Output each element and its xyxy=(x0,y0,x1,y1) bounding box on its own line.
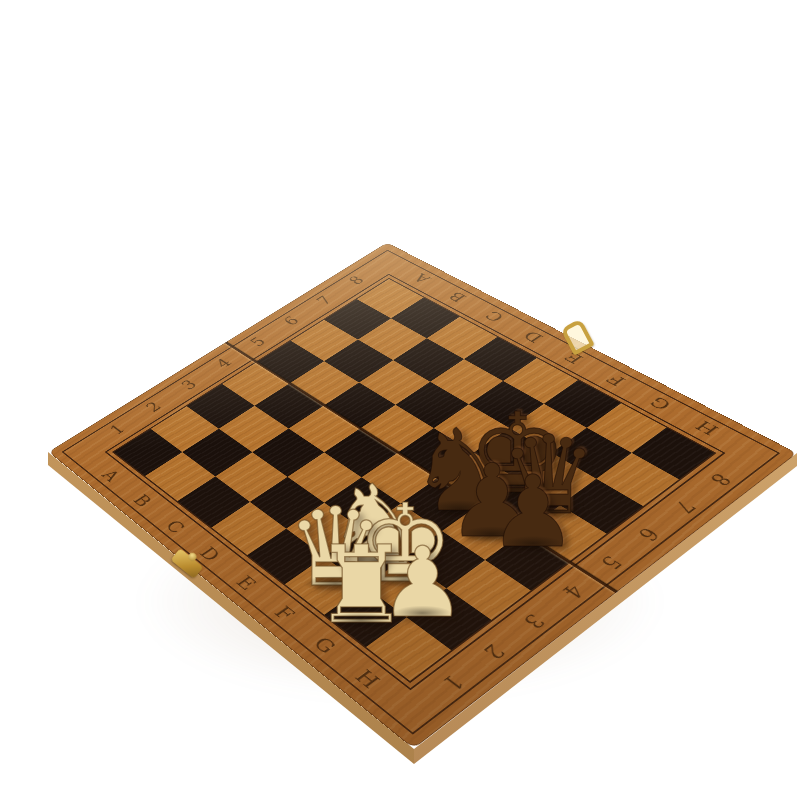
rank-label-left-4: 4 xyxy=(213,356,234,370)
file-label-near-c: C xyxy=(162,518,188,536)
file-label-near-d: D xyxy=(196,544,223,564)
rank-label-right-5: 5 xyxy=(597,553,626,572)
rank-label-right-1: 1 xyxy=(439,672,468,694)
file-label-near-f: F xyxy=(271,603,298,623)
file-label-far-c: C xyxy=(482,309,507,324)
rank-label-right-4: 4 xyxy=(559,581,588,601)
rank-label-left-7: 7 xyxy=(314,294,335,307)
file-label-far-h: H xyxy=(692,418,722,437)
file-label-near-a: A xyxy=(99,467,123,484)
rank-label-right-6: 6 xyxy=(634,525,663,544)
rank-label-left-2: 2 xyxy=(143,399,164,413)
file-label-far-b: B xyxy=(446,290,469,304)
file-label-near-b: B xyxy=(130,492,155,509)
file-label-far-d: D xyxy=(520,329,546,344)
file-label-far-f: F xyxy=(603,372,628,388)
rank-label-left-5: 5 xyxy=(247,335,268,348)
rank-label-right-8: 8 xyxy=(706,471,735,489)
rank-label-left-1: 1 xyxy=(107,422,128,437)
rank-label-right-7: 7 xyxy=(671,497,700,515)
rank-label-left-3: 3 xyxy=(179,378,200,392)
rank-label-left-8: 8 xyxy=(346,274,367,286)
rank-label-right-3: 3 xyxy=(520,611,549,632)
file-label-near-g: G xyxy=(310,634,340,656)
file-label-near-h: H xyxy=(351,667,383,691)
file-label-far-a: A xyxy=(410,272,433,285)
file-label-far-g: G xyxy=(646,395,674,412)
product-photo-stage: 88AA77BB66CC55DD44EE33FF22GG11HH ♚♞♛♟♟♞♚… xyxy=(0,0,800,800)
rank-label-left-6: 6 xyxy=(281,314,302,327)
rank-label-right-2: 2 xyxy=(480,641,509,662)
file-label-near-e: E xyxy=(233,573,260,593)
